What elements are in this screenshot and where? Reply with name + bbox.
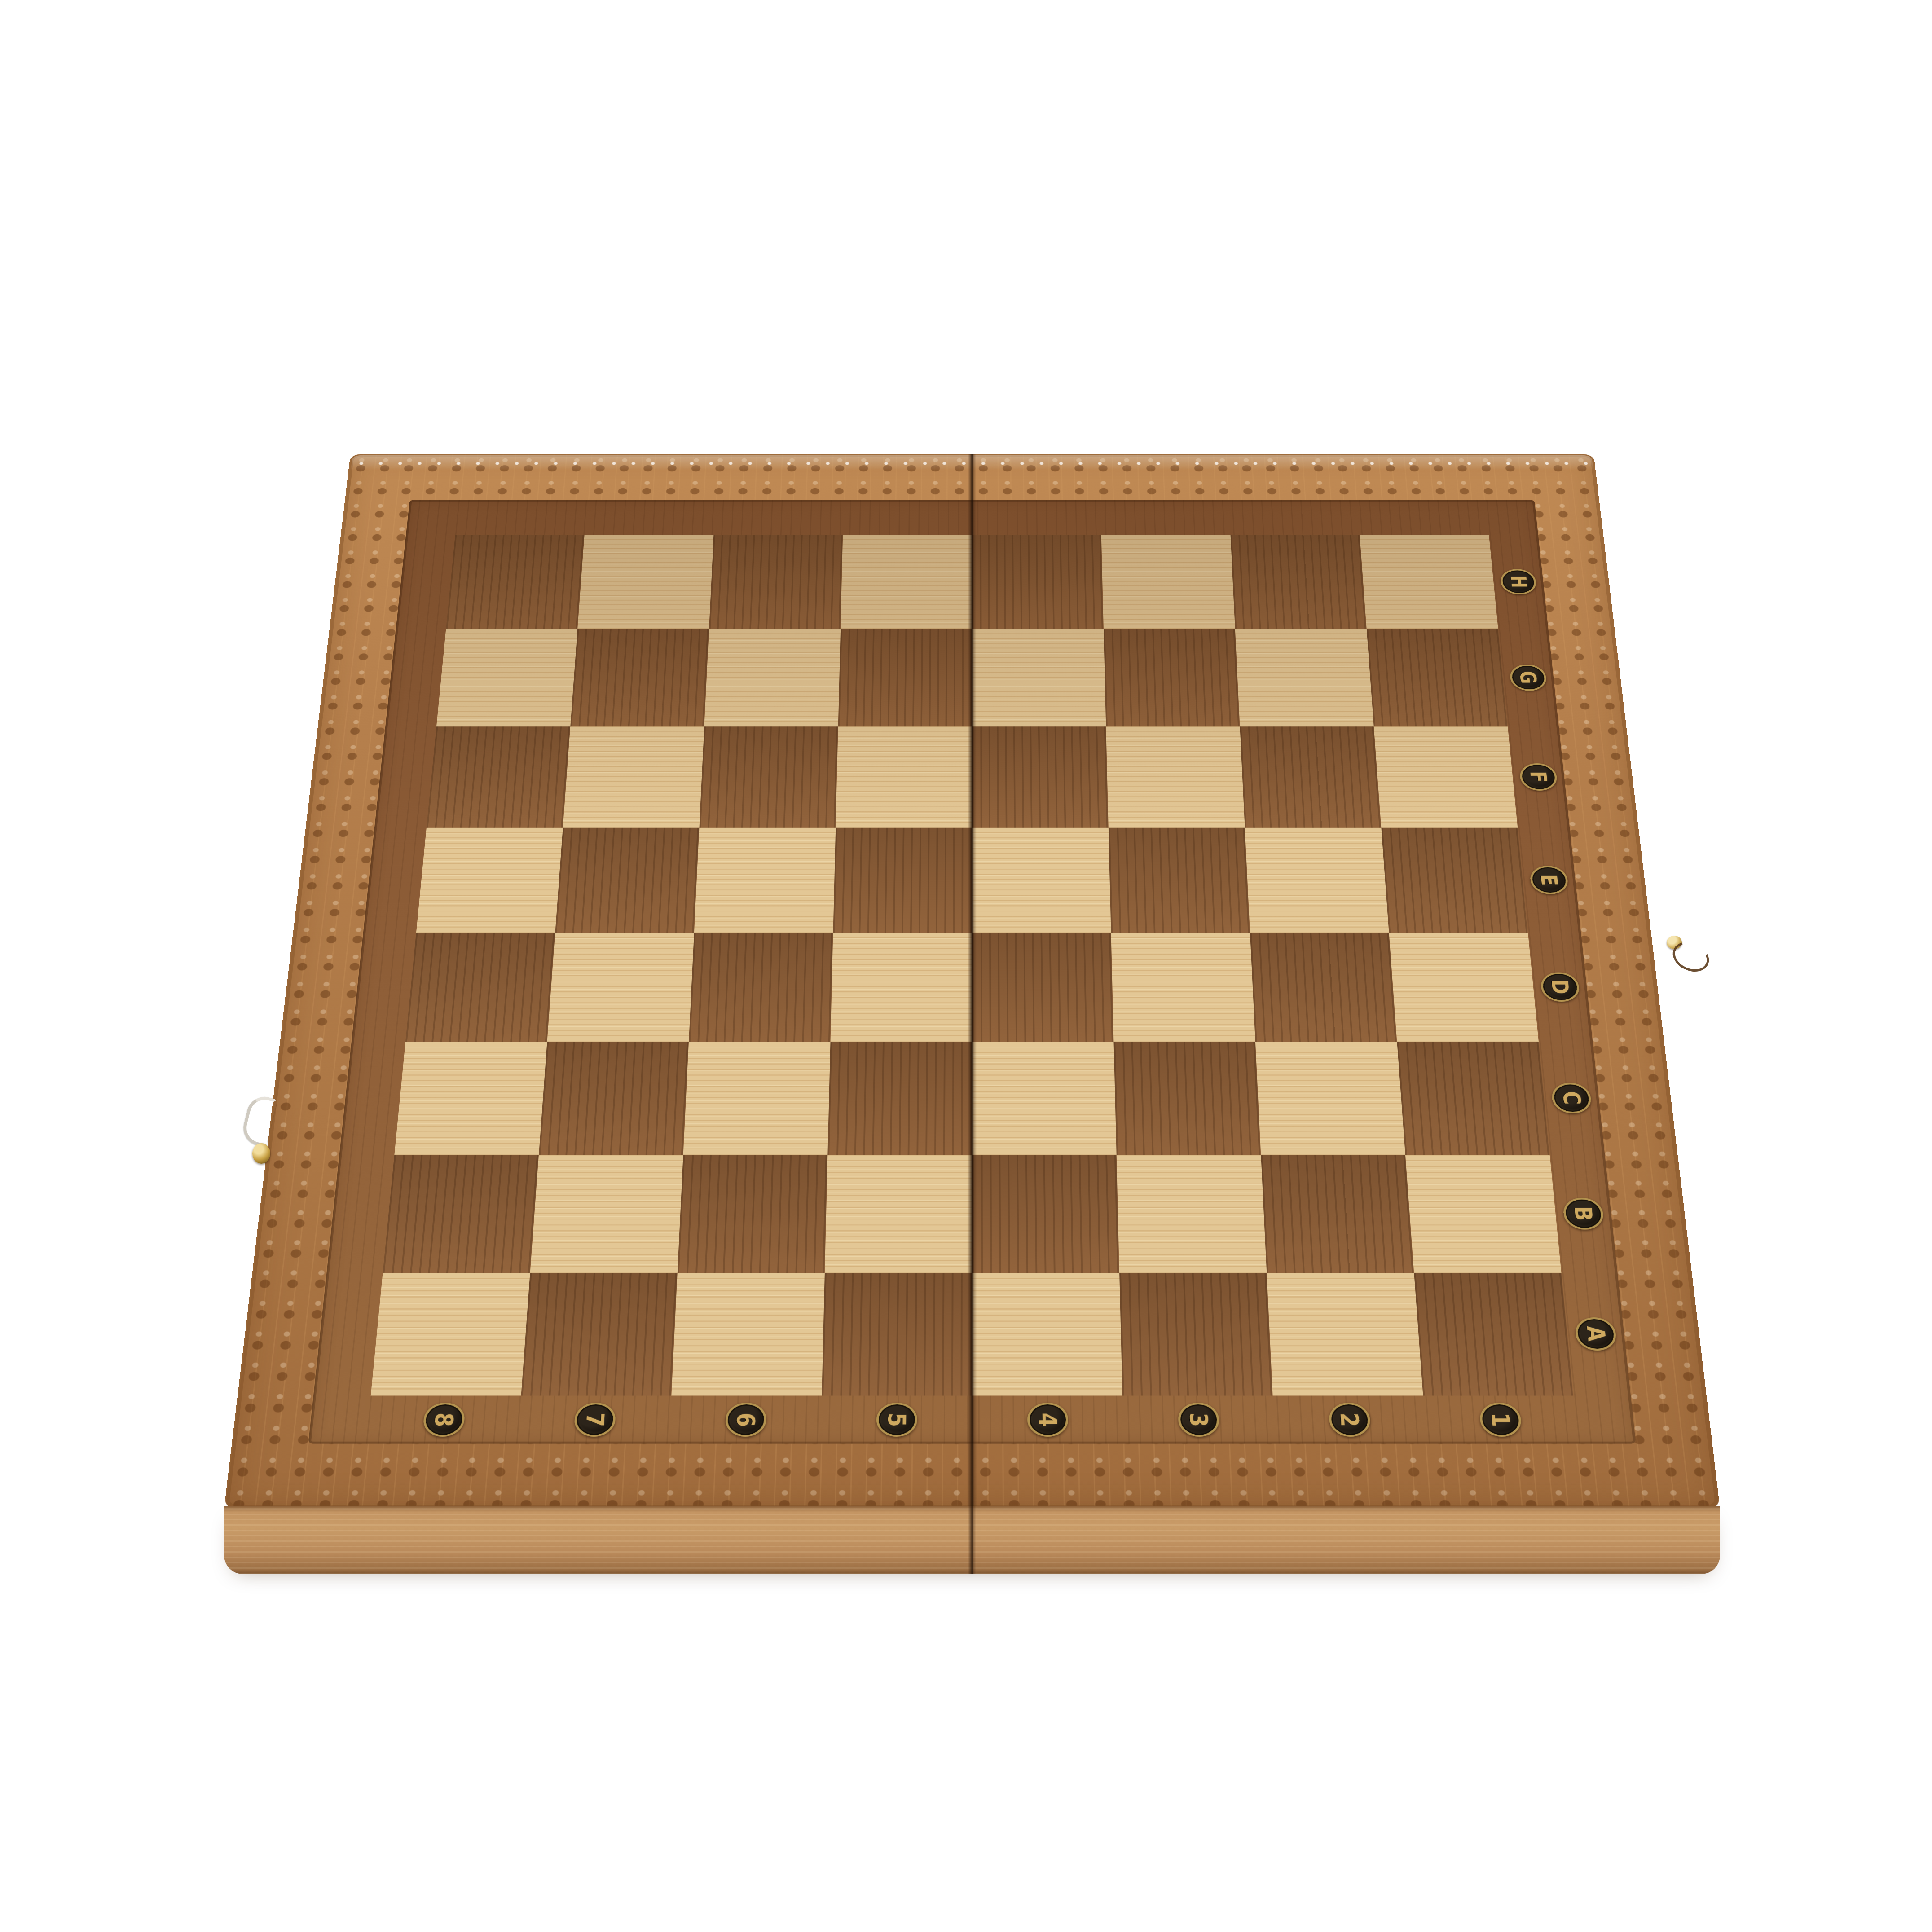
square-b6 (678, 1155, 828, 1273)
left-latch (237, 1091, 295, 1190)
square-g5 (838, 629, 972, 726)
board-squares (371, 535, 1574, 1395)
square-h6 (709, 535, 843, 629)
square-f6 (699, 726, 838, 827)
square-d2 (1250, 933, 1397, 1042)
square-b4 (972, 1155, 1119, 1273)
square-e2 (1245, 828, 1389, 933)
square-f7 (563, 726, 704, 827)
right-latch (1654, 928, 1726, 1004)
square-c4 (972, 1042, 1117, 1155)
square-c1 (1397, 1042, 1549, 1155)
square-e1 (1381, 828, 1528, 933)
latch-hook-icon (240, 1093, 278, 1147)
square-f5 (836, 726, 972, 827)
square-e8 (416, 828, 563, 933)
square-d1 (1389, 933, 1539, 1042)
square-f3 (1106, 726, 1245, 827)
square-e4 (972, 828, 1111, 933)
square-b3 (1117, 1155, 1267, 1273)
square-a5 (822, 1273, 972, 1395)
square-g3 (1104, 629, 1240, 726)
square-h5 (841, 535, 972, 629)
square-e7 (555, 828, 699, 933)
square-d5 (831, 933, 972, 1042)
carved-outer-frame: 87654321 HGFEDCBA (224, 454, 1720, 1509)
square-h1 (1360, 535, 1498, 629)
square-a4 (972, 1273, 1122, 1395)
square-d7 (547, 933, 694, 1042)
square-b5 (825, 1155, 972, 1273)
square-d4 (972, 933, 1113, 1042)
square-e5 (833, 828, 972, 933)
square-a6 (671, 1273, 825, 1395)
square-c7 (539, 1042, 689, 1155)
square-h4 (972, 535, 1104, 629)
chess-board: 87654321 HGFEDCBA (224, 454, 1720, 1509)
square-h2 (1231, 535, 1367, 629)
square-c2 (1255, 1042, 1405, 1155)
square-a8 (371, 1273, 530, 1395)
board-front-edge (224, 1506, 1720, 1574)
square-d3 (1111, 933, 1255, 1042)
square-a2 (1267, 1273, 1423, 1395)
chessboard-photo: 87654321 HGFEDCBA (0, 0, 1932, 1932)
square-h3 (1101, 535, 1235, 629)
square-g7 (570, 629, 709, 726)
square-b8 (383, 1155, 539, 1273)
square-h8 (446, 535, 584, 629)
square-d8 (405, 933, 555, 1042)
square-f2 (1240, 726, 1382, 827)
top-edge-highlight (351, 455, 1593, 470)
square-c6 (683, 1042, 831, 1155)
latch-knob-icon (252, 1143, 270, 1164)
square-b7 (530, 1155, 683, 1273)
square-a1 (1414, 1273, 1573, 1395)
square-c8 (394, 1042, 547, 1155)
square-g2 (1235, 629, 1374, 726)
square-e3 (1109, 828, 1250, 933)
square-g6 (704, 629, 841, 726)
square-f4 (972, 726, 1109, 827)
square-e6 (694, 828, 836, 933)
square-d6 (689, 933, 833, 1042)
square-a3 (1119, 1273, 1273, 1395)
square-c5 (827, 1042, 972, 1155)
square-f1 (1374, 726, 1518, 827)
square-g8 (436, 629, 577, 726)
square-a7 (521, 1273, 678, 1395)
square-h7 (577, 535, 713, 629)
square-g4 (972, 629, 1106, 726)
square-c3 (1113, 1042, 1261, 1155)
square-g1 (1367, 629, 1508, 726)
front-edge-seam (968, 1506, 976, 1574)
square-b2 (1261, 1155, 1414, 1273)
square-f8 (427, 726, 570, 827)
square-b1 (1405, 1155, 1561, 1273)
